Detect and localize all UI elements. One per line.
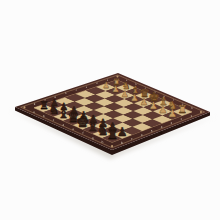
piece-white-pawn-g2: ♟ — [158, 104, 167, 115]
frame-corner-inlay — [111, 145, 113, 147]
piece-white-pawn-h2: ♟ — [168, 107, 177, 119]
piece-black-rook-h8: ♜ — [106, 126, 118, 142]
frame-rank-label: 2 — [181, 118, 183, 121]
piece-white-pawn-a2: ♟ — [102, 80, 109, 90]
chess-set-photo: aabbccddeeffgghh8877665544332211♜♟♞♟♝♟♛♟… — [0, 0, 220, 220]
piece-white-pawn-b2: ♟ — [112, 84, 120, 94]
frame-rank-label: 6 — [141, 133, 143, 137]
frame-corner-inlay — [200, 111, 202, 113]
piece-black-rook-a8: ♜ — [39, 99, 49, 112]
piece-black-pawn-h7: ♟ — [117, 125, 128, 139]
frame-rank-label: 5 — [151, 129, 153, 133]
hinge-clasp — [160, 132, 163, 134]
frame-file-label: e — [72, 127, 74, 131]
frame-file-label: h — [102, 140, 104, 144]
piece-white-pawn-c2: ♟ — [121, 89, 129, 99]
piece-white-pawn-f2: ♟ — [149, 100, 158, 111]
frame-rank-label: 4 — [161, 125, 163, 129]
piece-white-rook-h1: ♜ — [177, 103, 187, 116]
piece-white-pawn-e2: ♟ — [140, 96, 149, 107]
frame-rank-label: 8 — [121, 141, 123, 145]
piece-white-pawn-d2: ♟ — [130, 92, 138, 103]
frame-rank-label: 3 — [171, 121, 173, 125]
product-photo: aabbccddeeffgghh8877665544332211♜♟♞♟♝♟♛♟… — [0, 0, 220, 220]
frame-rank-label: 7 — [131, 137, 133, 141]
frame-corner-inlay — [23, 106, 25, 108]
frame-file-label: d — [62, 123, 64, 127]
frame-file-label: g — [92, 136, 94, 140]
